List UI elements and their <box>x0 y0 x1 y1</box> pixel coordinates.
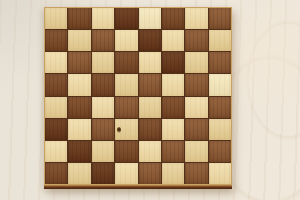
square-c7[interactable] <box>92 30 114 51</box>
square-h1[interactable] <box>209 163 231 184</box>
square-e2[interactable] <box>139 141 161 162</box>
square-c8[interactable] <box>92 8 114 29</box>
square-a2[interactable] <box>45 141 67 162</box>
square-b4[interactable] <box>68 97 90 118</box>
square-a5[interactable] <box>45 74 67 95</box>
square-g6[interactable] <box>185 52 207 73</box>
square-d4[interactable] <box>115 97 137 118</box>
square-g4[interactable] <box>185 97 207 118</box>
square-h4[interactable] <box>209 97 231 118</box>
table-surface <box>0 0 300 200</box>
square-f6[interactable] <box>162 52 184 73</box>
square-g7[interactable] <box>185 30 207 51</box>
square-e1[interactable] <box>139 163 161 184</box>
square-e6[interactable] <box>139 52 161 73</box>
square-h2[interactable] <box>209 141 231 162</box>
square-g2[interactable] <box>185 141 207 162</box>
square-h3[interactable] <box>209 119 231 140</box>
square-f3[interactable] <box>162 119 184 140</box>
square-h6[interactable] <box>209 52 231 73</box>
square-f7[interactable] <box>162 30 184 51</box>
square-b2[interactable] <box>68 141 90 162</box>
square-a3[interactable] <box>45 119 67 140</box>
square-d5[interactable] <box>115 74 137 95</box>
chessboard <box>44 7 232 189</box>
square-b5[interactable] <box>68 74 90 95</box>
square-e3[interactable] <box>139 119 161 140</box>
square-g1[interactable] <box>185 163 207 184</box>
square-d2[interactable] <box>115 141 137 162</box>
square-d3[interactable] <box>115 119 137 140</box>
square-f4[interactable] <box>162 97 184 118</box>
square-c5[interactable] <box>92 74 114 95</box>
square-b7[interactable] <box>68 30 90 51</box>
square-d6[interactable] <box>115 52 137 73</box>
square-f8[interactable] <box>162 8 184 29</box>
square-a4[interactable] <box>45 97 67 118</box>
square-a8[interactable] <box>45 8 67 29</box>
square-b1[interactable] <box>68 163 90 184</box>
square-f5[interactable] <box>162 74 184 95</box>
square-f2[interactable] <box>162 141 184 162</box>
square-e4[interactable] <box>139 97 161 118</box>
square-h8[interactable] <box>209 8 231 29</box>
square-c4[interactable] <box>92 97 114 118</box>
square-b6[interactable] <box>68 52 90 73</box>
square-c6[interactable] <box>92 52 114 73</box>
square-e8[interactable] <box>139 8 161 29</box>
square-c1[interactable] <box>92 163 114 184</box>
square-g5[interactable] <box>185 74 207 95</box>
square-h5[interactable] <box>209 74 231 95</box>
square-b8[interactable] <box>68 8 90 29</box>
square-f1[interactable] <box>162 163 184 184</box>
square-a6[interactable] <box>45 52 67 73</box>
square-a7[interactable] <box>45 30 67 51</box>
square-d8[interactable] <box>115 8 137 29</box>
chessboard-squares <box>44 7 232 185</box>
wood-knot-detail <box>117 127 121 133</box>
square-d1[interactable] <box>115 163 137 184</box>
square-e7[interactable] <box>139 30 161 51</box>
board-side-edge <box>44 185 232 189</box>
square-e5[interactable] <box>139 74 161 95</box>
square-d7[interactable] <box>115 30 137 51</box>
square-g8[interactable] <box>185 8 207 29</box>
square-c2[interactable] <box>92 141 114 162</box>
square-h7[interactable] <box>209 30 231 51</box>
square-g3[interactable] <box>185 119 207 140</box>
square-b3[interactable] <box>68 119 90 140</box>
square-c3[interactable] <box>92 119 114 140</box>
square-a1[interactable] <box>45 163 67 184</box>
